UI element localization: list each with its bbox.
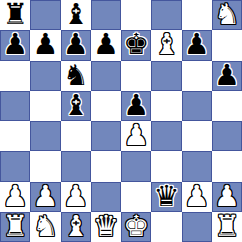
square-e6[interactable] (121, 61, 151, 91)
black-bishop[interactable]: ♝ (63, 0, 89, 29)
white-knight[interactable]: ♞ (32, 212, 58, 241)
black-pawn[interactable]: ♟ (2, 30, 28, 59)
square-f6[interactable] (151, 61, 181, 91)
square-c5[interactable]: ♝ (61, 91, 91, 121)
white-knight[interactable]: ♞ (214, 0, 240, 29)
square-d3[interactable] (91, 151, 121, 181)
square-f4[interactable] (151, 121, 181, 151)
square-b6[interactable] (30, 61, 60, 91)
square-g2[interactable]: ♟ (182, 182, 212, 212)
square-d4[interactable] (91, 121, 121, 151)
square-g5[interactable] (182, 91, 212, 121)
black-king[interactable]: ♚ (123, 30, 149, 59)
white-rook[interactable]: ♜ (214, 212, 240, 241)
square-a7[interactable]: ♟ (0, 30, 30, 60)
black-pawn[interactable]: ♟ (93, 30, 119, 59)
white-pawn[interactable]: ♟ (63, 182, 89, 211)
square-e3[interactable] (121, 151, 151, 181)
square-c6[interactable]: ♞ (61, 61, 91, 91)
square-h8[interactable]: ♞ (212, 0, 242, 30)
square-e5[interactable]: ♟ (121, 91, 151, 121)
square-d5[interactable] (91, 91, 121, 121)
square-g7[interactable]: ♟ (182, 30, 212, 60)
square-c8[interactable]: ♝ (61, 0, 91, 30)
square-f2[interactable]: ♛ (151, 182, 181, 212)
square-c1[interactable]: ♝ (61, 212, 91, 242)
square-b3[interactable] (30, 151, 60, 181)
square-e4[interactable]: ♟ (121, 121, 151, 151)
square-e2[interactable] (121, 182, 151, 212)
square-a6[interactable] (0, 61, 30, 91)
white-queen[interactable]: ♛ (93, 212, 119, 241)
square-f3[interactable] (151, 151, 181, 181)
square-h4[interactable] (212, 121, 242, 151)
black-rook[interactable]: ♜ (2, 0, 28, 29)
white-pawn[interactable]: ♟ (184, 182, 210, 211)
square-f7[interactable]: ♝ (151, 30, 181, 60)
white-king[interactable]: ♚ (123, 212, 149, 241)
square-g6[interactable] (182, 61, 212, 91)
square-f5[interactable] (151, 91, 181, 121)
white-pawn[interactable]: ♟ (123, 121, 149, 150)
black-pawn[interactable]: ♟ (32, 30, 58, 59)
square-f8[interactable] (151, 0, 181, 30)
square-d1[interactable]: ♛ (91, 212, 121, 242)
square-g3[interactable] (182, 151, 212, 181)
black-queen[interactable]: ♛ (153, 182, 179, 211)
black-bishop[interactable]: ♝ (63, 91, 89, 120)
black-knight[interactable]: ♞ (63, 61, 89, 90)
square-h5[interactable] (212, 91, 242, 121)
square-h7[interactable] (212, 30, 242, 60)
square-h3[interactable] (212, 151, 242, 181)
square-a5[interactable] (0, 91, 30, 121)
black-pawn[interactable]: ♟ (214, 61, 240, 90)
square-h1[interactable]: ♜ (212, 212, 242, 242)
square-g8[interactable] (182, 0, 212, 30)
square-d6[interactable] (91, 61, 121, 91)
square-g4[interactable] (182, 121, 212, 151)
square-a4[interactable] (0, 121, 30, 151)
white-pawn[interactable]: ♟ (214, 182, 240, 211)
square-c7[interactable]: ♟ (61, 30, 91, 60)
white-bishop[interactable]: ♝ (63, 212, 89, 241)
square-a8[interactable]: ♜ (0, 0, 30, 30)
square-b2[interactable]: ♟ (30, 182, 60, 212)
white-pawn[interactable]: ♟ (32, 182, 58, 211)
square-d2[interactable] (91, 182, 121, 212)
square-c3[interactable] (61, 151, 91, 181)
white-rook[interactable]: ♜ (2, 212, 28, 241)
black-pawn[interactable]: ♟ (63, 30, 89, 59)
black-pawn[interactable]: ♟ (184, 30, 210, 59)
square-e1[interactable]: ♚ (121, 212, 151, 242)
square-b1[interactable]: ♞ (30, 212, 60, 242)
square-f1[interactable] (151, 212, 181, 242)
square-a2[interactable]: ♟ (0, 182, 30, 212)
square-b8[interactable] (30, 0, 60, 30)
square-b4[interactable] (30, 121, 60, 151)
square-a1[interactable]: ♜ (0, 212, 30, 242)
square-c4[interactable] (61, 121, 91, 151)
square-h6[interactable]: ♟ (212, 61, 242, 91)
square-h2[interactable]: ♟ (212, 182, 242, 212)
square-g1[interactable] (182, 212, 212, 242)
chess-board: ♜♝♞♟♟♟♟♚♝♟♞♟♝♟♟♟♟♟♛♟♟♜♞♝♛♚♜ (0, 0, 242, 242)
square-d8[interactable] (91, 0, 121, 30)
black-pawn[interactable]: ♟ (123, 91, 149, 120)
white-bishop[interactable]: ♝ (153, 30, 179, 59)
square-b7[interactable]: ♟ (30, 30, 60, 60)
square-c2[interactable]: ♟ (61, 182, 91, 212)
square-e7[interactable]: ♚ (121, 30, 151, 60)
square-d7[interactable]: ♟ (91, 30, 121, 60)
square-e8[interactable] (121, 0, 151, 30)
square-a3[interactable] (0, 151, 30, 181)
square-b5[interactable] (30, 91, 60, 121)
white-pawn[interactable]: ♟ (2, 182, 28, 211)
